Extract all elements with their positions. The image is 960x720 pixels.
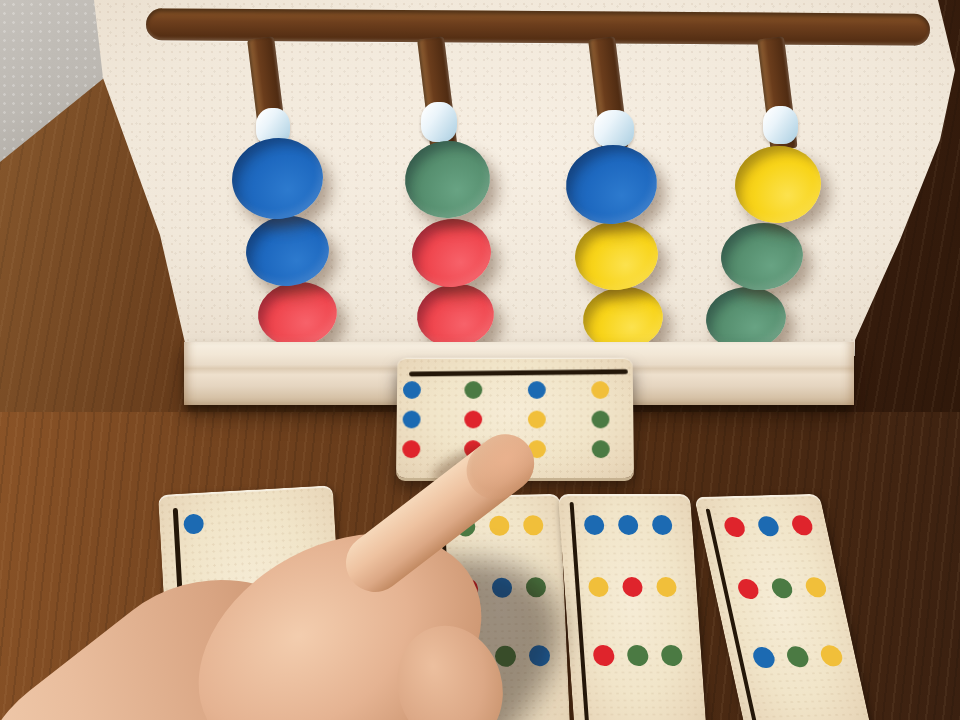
disc-red[interactable] <box>255 278 340 350</box>
pattern-dot-blue <box>583 515 604 535</box>
card-top-line <box>409 369 628 376</box>
pattern-dot-blue <box>528 381 546 399</box>
logic-board <box>0 0 960 356</box>
pattern-dot-red <box>622 577 643 597</box>
pattern-dot-blue <box>403 381 421 399</box>
disc-blue[interactable] <box>562 140 661 228</box>
pattern-dot-yellow <box>804 577 828 598</box>
pattern-dot-yellow <box>818 645 844 667</box>
slider-peg-2[interactable] <box>421 102 457 142</box>
pattern-dot-blue <box>183 514 204 535</box>
pattern-dot-red <box>790 515 814 536</box>
pattern-card-3[interactable] <box>558 494 707 720</box>
pattern-dot-yellow <box>523 515 544 535</box>
slider-peg-4[interactable] <box>763 106 798 144</box>
pattern-dot-blue <box>756 516 780 537</box>
disc-yellow[interactable] <box>731 142 825 228</box>
pattern-dot-green <box>660 645 682 666</box>
pattern-dot-yellow <box>588 577 609 597</box>
pattern-dot-blue <box>751 646 777 668</box>
scene <box>0 0 960 720</box>
pattern-dot-green <box>784 645 810 667</box>
disc-red[interactable] <box>414 280 497 351</box>
pattern-dot-yellow <box>528 411 546 429</box>
pattern-dot-red <box>402 440 420 458</box>
wall-corner <box>0 0 110 165</box>
pattern-dot-green <box>770 578 794 599</box>
card-edge-line <box>570 502 590 720</box>
disc-blue[interactable] <box>243 212 333 290</box>
pattern-dot-yellow <box>656 577 677 597</box>
pattern-dot-green <box>592 440 610 458</box>
disc-green[interactable] <box>718 219 807 294</box>
pattern-dot-red <box>464 411 482 429</box>
pattern-dot-green <box>591 411 609 429</box>
disc-green[interactable] <box>401 137 494 222</box>
pattern-dot-red <box>722 517 746 538</box>
pattern-dot-yellow <box>591 381 609 399</box>
pattern-dot-blue <box>403 411 421 429</box>
pattern-dot-blue <box>651 515 672 535</box>
pattern-dot-red <box>736 579 760 600</box>
slider-peg-3[interactable] <box>594 110 634 148</box>
pattern-dot-blue <box>617 515 638 535</box>
pattern-dot-yellow <box>489 516 510 536</box>
disc-yellow[interactable] <box>572 217 662 294</box>
pattern-dot-red <box>592 645 614 666</box>
pattern-dot-green <box>464 381 482 399</box>
disc-red[interactable] <box>409 215 495 291</box>
disc-blue[interactable] <box>228 133 327 223</box>
pattern-dot-green <box>626 645 648 666</box>
